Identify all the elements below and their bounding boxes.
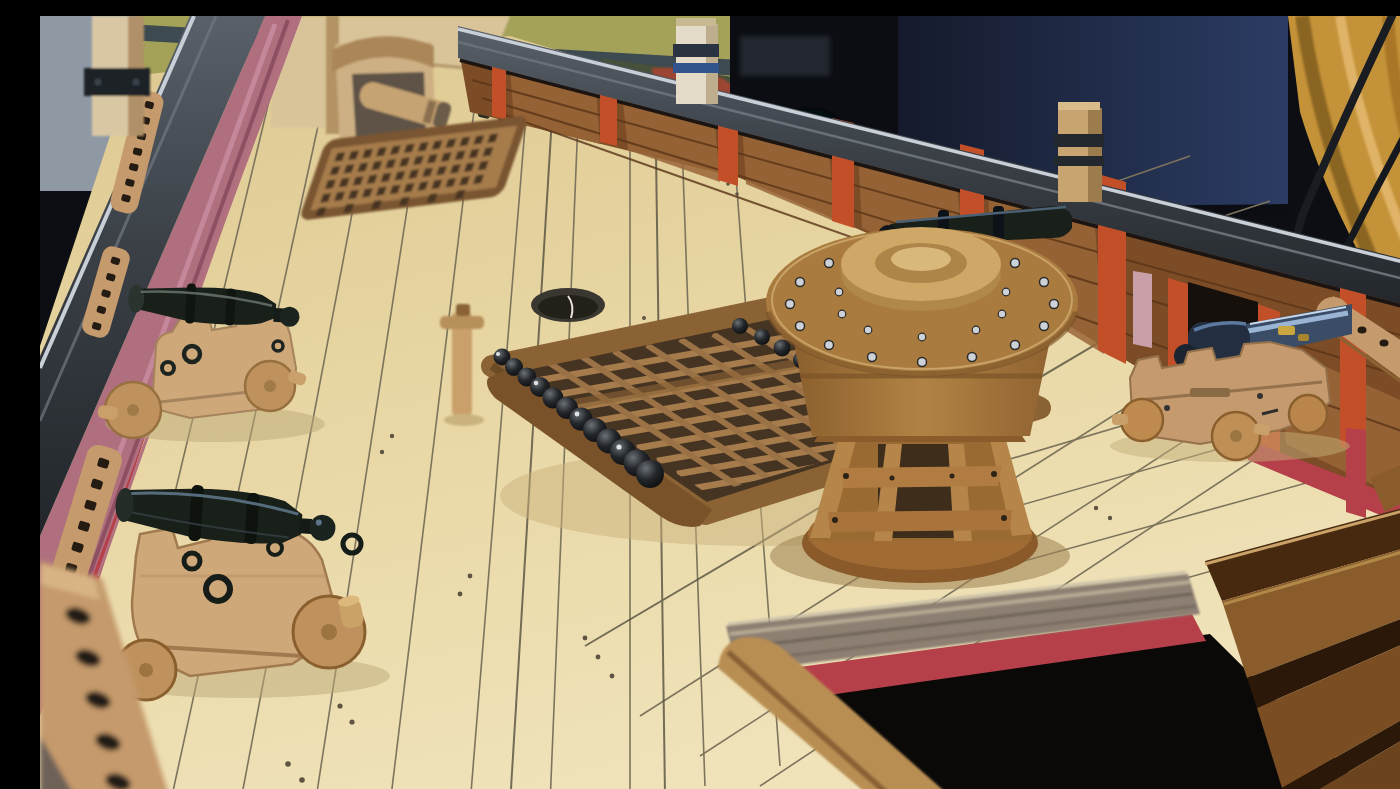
pink-frame-sliver	[1133, 271, 1152, 348]
model-ship-deck-photo: Close-up of a wooden model tall-ship dec…	[40, 16, 1400, 789]
red-post	[1346, 428, 1366, 518]
equipment-shelf	[740, 36, 830, 76]
whelp-batten-lower	[828, 510, 1012, 532]
scene-canvas	[40, 16, 1400, 789]
mast-hole	[531, 288, 605, 322]
timberhead-left	[84, 16, 150, 136]
brass-fitting	[1278, 326, 1295, 335]
timberhead-right	[1054, 102, 1104, 202]
timberhead-mid	[673, 18, 719, 104]
capstan	[766, 227, 1078, 590]
whelp-batten-upper	[840, 466, 1002, 488]
